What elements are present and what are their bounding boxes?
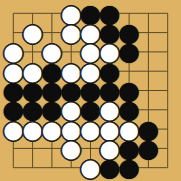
empty-intersection-r8c1[interactable] xyxy=(23,158,42,177)
empty-intersection-r6c8[interactable] xyxy=(158,119,177,138)
empty-intersection-r8c3[interactable] xyxy=(62,158,81,177)
empty-intersection-r7c8[interactable] xyxy=(158,139,177,158)
intersection-r2c6: ● xyxy=(119,42,138,61)
empty-intersection-r1c8[interactable] xyxy=(158,23,177,42)
intersection-r6c0: ● xyxy=(4,119,23,138)
black-stone: ● xyxy=(118,39,140,64)
empty-intersection-r3c7[interactable] xyxy=(139,62,158,81)
intersection-r7c7: ● xyxy=(139,139,158,158)
intersection-r1c3: ● xyxy=(62,23,81,42)
intersection-r8c5: ● xyxy=(100,158,119,177)
intersection-r6c4: ● xyxy=(81,119,100,138)
empty-intersection-r8c7[interactable] xyxy=(139,158,158,177)
empty-intersection-r7c0[interactable] xyxy=(4,139,23,158)
empty-intersection-r8c0[interactable] xyxy=(4,158,23,177)
empty-intersection-r7c2[interactable] xyxy=(42,139,61,158)
empty-intersection-r0c0[interactable] xyxy=(4,4,23,23)
intersection-r7c3: ● xyxy=(62,139,81,158)
empty-intersection-r5c8[interactable] xyxy=(158,100,177,119)
empty-intersection-r8c2[interactable] xyxy=(42,158,61,177)
empty-intersection-r0c7[interactable] xyxy=(139,4,158,23)
intersection-r1c1: ● xyxy=(23,23,42,42)
empty-intersection-r8c8[interactable] xyxy=(158,158,177,177)
empty-intersection-r2c7[interactable] xyxy=(139,42,158,61)
empty-intersection-r3c8[interactable] xyxy=(158,62,177,81)
black-stone: ● xyxy=(137,135,159,160)
intersection-r6c2: ● xyxy=(42,119,61,138)
empty-intersection-r2c8[interactable] xyxy=(158,42,177,61)
empty-intersection-r1c7[interactable] xyxy=(139,23,158,42)
empty-intersection-r7c1[interactable] xyxy=(23,139,42,158)
go-board: ●●●●●●●●●●●●●●●●●●●●●●●●●●●●●●●●●●●●●●●●… xyxy=(0,0,181,181)
intersection-r8c4: ● xyxy=(81,158,100,177)
empty-intersection-r4c8[interactable] xyxy=(158,81,177,100)
intersection-r6c1: ● xyxy=(23,119,42,138)
empty-intersection-r0c2[interactable] xyxy=(42,4,61,23)
empty-intersection-r4c7[interactable] xyxy=(139,81,158,100)
black-stone: ● xyxy=(118,155,140,180)
intersection-r8c6: ● xyxy=(119,158,138,177)
board-grid: ●●●●●●●●●●●●●●●●●●●●●●●●●●●●●●●●●●●●●●●●… xyxy=(4,4,178,178)
empty-intersection-r0c8[interactable] xyxy=(158,4,177,23)
